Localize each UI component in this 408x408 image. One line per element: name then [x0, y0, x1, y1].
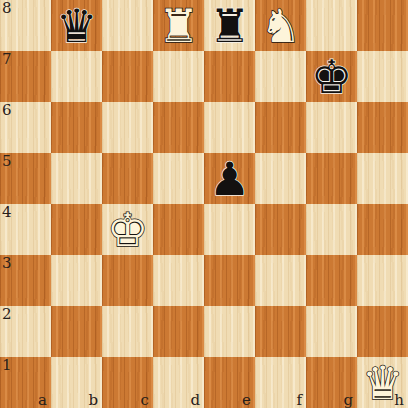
rank-label-5: 5 [2, 152, 12, 170]
piece-white-king[interactable]: ♚ [102, 204, 153, 255]
square-b7[interactable] [51, 51, 102, 102]
square-d3[interactable] [153, 255, 204, 306]
square-g6[interactable] [306, 102, 357, 153]
piece-black-pawn[interactable]: ♟ [204, 153, 255, 204]
square-f3[interactable] [255, 255, 306, 306]
square-g3[interactable] [306, 255, 357, 306]
square-b1[interactable]: b [51, 357, 102, 408]
square-c4[interactable]: ♚ [102, 204, 153, 255]
square-b3[interactable] [51, 255, 102, 306]
square-g8[interactable] [306, 0, 357, 51]
square-g1[interactable]: g [306, 357, 357, 408]
piece-white-queen[interactable]: ♛ [357, 357, 408, 408]
rank-label-7: 7 [2, 50, 12, 68]
square-f7[interactable] [255, 51, 306, 102]
square-a3[interactable]: 3 [0, 255, 51, 306]
file-label-f: f [296, 391, 302, 408]
square-c1[interactable]: c [102, 357, 153, 408]
square-e7[interactable] [204, 51, 255, 102]
square-b6[interactable] [51, 102, 102, 153]
square-a2[interactable]: 2 [0, 306, 51, 357]
square-f1[interactable]: f [255, 357, 306, 408]
square-b8[interactable]: ♛ [51, 0, 102, 51]
piece-black-queen[interactable]: ♛ [51, 0, 102, 51]
square-e3[interactable] [204, 255, 255, 306]
square-a8[interactable]: 8 [0, 0, 51, 51]
square-a6[interactable]: 6 [0, 102, 51, 153]
square-e2[interactable] [204, 306, 255, 357]
file-label-b: b [88, 391, 98, 408]
square-h3[interactable] [357, 255, 408, 306]
square-f4[interactable] [255, 204, 306, 255]
square-e6[interactable] [204, 102, 255, 153]
square-f2[interactable] [255, 306, 306, 357]
square-d1[interactable]: d [153, 357, 204, 408]
piece-white-knight[interactable]: ♞ [255, 0, 306, 51]
file-label-a: a [38, 391, 47, 408]
file-label-g: g [343, 391, 353, 408]
square-g4[interactable] [306, 204, 357, 255]
square-b2[interactable] [51, 306, 102, 357]
square-c8[interactable] [102, 0, 153, 51]
square-e1[interactable]: e [204, 357, 255, 408]
square-c6[interactable] [102, 102, 153, 153]
piece-black-rook[interactable]: ♜ [204, 0, 255, 51]
square-h7[interactable] [357, 51, 408, 102]
square-a4[interactable]: 4 [0, 204, 51, 255]
piece-black-king[interactable]: ♚ [306, 51, 357, 102]
square-d8[interactable]: ♜ [153, 0, 204, 51]
square-d7[interactable] [153, 51, 204, 102]
square-g2[interactable] [306, 306, 357, 357]
square-g7[interactable]: ♚ [306, 51, 357, 102]
file-label-d: d [190, 391, 200, 408]
square-c2[interactable] [102, 306, 153, 357]
square-e8[interactable]: ♜ [204, 0, 255, 51]
square-c3[interactable] [102, 255, 153, 306]
square-a1[interactable]: 1a [0, 357, 51, 408]
square-f5[interactable] [255, 153, 306, 204]
square-h6[interactable] [357, 102, 408, 153]
square-b4[interactable] [51, 204, 102, 255]
square-a5[interactable]: 5 [0, 153, 51, 204]
file-label-c: c [141, 391, 149, 408]
square-h4[interactable] [357, 204, 408, 255]
square-h5[interactable] [357, 153, 408, 204]
square-d4[interactable] [153, 204, 204, 255]
rank-label-4: 4 [2, 203, 12, 221]
chess-board: 8 ♛ ♜ ♜ ♞ 7 ♚ 6 5 ♟ 4 ♚ 3 2 [0, 0, 408, 408]
file-label-e: e [242, 391, 251, 408]
square-h2[interactable] [357, 306, 408, 357]
square-c5[interactable] [102, 153, 153, 204]
square-a7[interactable]: 7 [0, 51, 51, 102]
square-h1[interactable]: ♛h [357, 357, 408, 408]
square-f8[interactable]: ♞ [255, 0, 306, 51]
rank-label-2: 2 [2, 305, 12, 323]
square-c7[interactable] [102, 51, 153, 102]
square-e5[interactable]: ♟ [204, 153, 255, 204]
square-h8[interactable] [357, 0, 408, 51]
piece-white-rook[interactable]: ♜ [153, 0, 204, 51]
rank-label-1: 1 [2, 356, 12, 374]
square-d5[interactable] [153, 153, 204, 204]
square-d2[interactable] [153, 306, 204, 357]
square-d6[interactable] [153, 102, 204, 153]
square-g5[interactable] [306, 153, 357, 204]
rank-label-6: 6 [2, 101, 12, 119]
rank-label-3: 3 [2, 254, 12, 272]
rank-label-8: 8 [2, 0, 12, 17]
square-e4[interactable] [204, 204, 255, 255]
square-b5[interactable] [51, 153, 102, 204]
square-f6[interactable] [255, 102, 306, 153]
